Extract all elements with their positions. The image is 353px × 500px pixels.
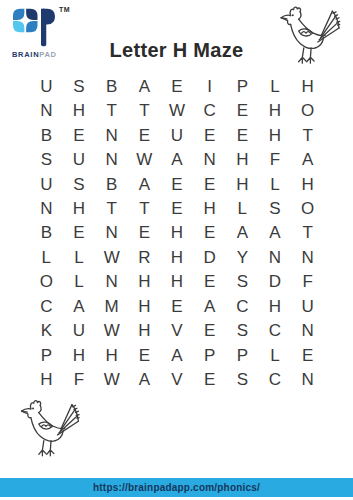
grid-cell-r5c6: E xyxy=(193,172,226,196)
grid-cell-r11c5: V xyxy=(161,319,194,343)
grid-cell-r4c8: F xyxy=(259,147,292,171)
grid-cell-r4c1: S xyxy=(30,147,63,171)
grid-cell-r5c8: L xyxy=(259,172,292,196)
grid-cell-r6c1: N xyxy=(30,196,63,220)
grid-cell-r4c2: U xyxy=(63,147,96,171)
grid-cell-r13c5: V xyxy=(161,368,194,392)
grid-cell-r13c8: C xyxy=(259,368,292,392)
grid-cell-r7c9: T xyxy=(291,221,324,245)
grid-cell-r3c8: H xyxy=(259,123,292,147)
grid-cell-r2c6: C xyxy=(193,98,226,122)
grid-cell-r13c7: S xyxy=(226,368,259,392)
grid-cell-r8c2: L xyxy=(63,245,96,269)
grid-cell-r1c3: B xyxy=(95,74,128,98)
footer-url-bar: https://brainpadapp.com/phonics/ xyxy=(0,478,353,497)
grid-cell-r3c6: E xyxy=(193,123,226,147)
grid-cell-r4c7: H xyxy=(226,147,259,171)
grid-cell-r1c7: P xyxy=(226,74,259,98)
grid-cell-r2c8: H xyxy=(259,98,292,122)
grid-cell-r9c3: N xyxy=(95,270,128,294)
grid-cell-r5c3: B xyxy=(95,172,128,196)
grid-cell-r4c9: A xyxy=(291,147,324,171)
grid-cell-r6c6: H xyxy=(193,196,226,220)
grid-cell-r5c4: A xyxy=(128,172,161,196)
grid-cell-r12c6: P xyxy=(193,343,226,367)
grid-cell-r6c2: H xyxy=(63,196,96,220)
grid-cell-r10c7: C xyxy=(226,294,259,318)
grid-cell-r2c5: W xyxy=(161,98,194,122)
grid-cell-r8c6: D xyxy=(193,245,226,269)
grid-cell-r6c3: T xyxy=(95,196,128,220)
grid-cell-r4c4: W xyxy=(128,147,161,171)
grid-cell-r9c8: D xyxy=(259,270,292,294)
grid-cell-r10c2: A xyxy=(63,294,96,318)
grid-cell-r6c4: T xyxy=(128,196,161,220)
grid-cell-r12c9: E xyxy=(291,343,324,367)
grid-cell-r3c4: E xyxy=(128,123,161,147)
grid-cell-r11c7: S xyxy=(226,319,259,343)
grid-cell-r10c1: C xyxy=(30,294,63,318)
grid-cell-r2c4: T xyxy=(128,98,161,122)
grid-cell-r5c7: H xyxy=(226,172,259,196)
grid-cell-r3c1: B xyxy=(30,123,63,147)
grid-cell-r5c5: E xyxy=(161,172,194,196)
grid-cell-r2c1: N xyxy=(30,98,63,122)
grid-cell-r9c7: S xyxy=(226,270,259,294)
grid-cell-r2c3: T xyxy=(95,98,128,122)
grid-cell-r6c7: L xyxy=(226,196,259,220)
grid-cell-r13c3: W xyxy=(95,368,128,392)
grid-cell-r7c6: E xyxy=(193,221,226,245)
grid-cell-r11c1: K xyxy=(30,319,63,343)
grid-cell-r13c9: N xyxy=(291,368,324,392)
grid-cell-r10c4: H xyxy=(128,294,161,318)
grid-cell-r10c6: A xyxy=(193,294,226,318)
grid-cell-r12c2: H xyxy=(63,343,96,367)
grid-cell-r11c9: N xyxy=(291,319,324,343)
grid-cell-r5c1: U xyxy=(30,172,63,196)
grid-cell-r1c1: U xyxy=(30,74,63,98)
grid-cell-r8c3: W xyxy=(95,245,128,269)
footer-url[interactable]: https://brainpadapp.com/phonics/ xyxy=(93,482,260,493)
grid-cell-r4c6: N xyxy=(193,147,226,171)
grid-cell-r13c2: F xyxy=(63,368,96,392)
grid-cell-r7c1: B xyxy=(30,221,63,245)
grid-cell-r4c5: A xyxy=(161,147,194,171)
grid-cell-r9c5: H xyxy=(161,270,194,294)
grid-cell-r3c3: N xyxy=(95,123,128,147)
grid-cell-r1c2: S xyxy=(63,74,96,98)
grid-cell-r2c7: E xyxy=(226,98,259,122)
worksheet-page: TM BRAINPAD Letter H Maze USBAEIPLHNHTTW… xyxy=(0,0,353,500)
grid-cell-r10c3: M xyxy=(95,294,128,318)
grid-cell-r9c4: H xyxy=(128,270,161,294)
grid-cell-r8c8: N xyxy=(259,245,292,269)
grid-cell-r8c9: N xyxy=(291,245,324,269)
grid-cell-r6c5: E xyxy=(161,196,194,220)
grid-cell-r12c7: P xyxy=(226,343,259,367)
grid-cell-r1c4: A xyxy=(128,74,161,98)
grid-cell-r7c7: A xyxy=(226,221,259,245)
grid-cell-r10c5: E xyxy=(161,294,194,318)
letter-grid: USBAEIPLHNHTTWCEHOBENEUEEHTSUNWANHFAUSBA… xyxy=(30,74,324,392)
trademark-label: TM xyxy=(59,6,70,13)
grid-cell-r11c6: E xyxy=(193,319,226,343)
grid-cell-r9c6: E xyxy=(193,270,226,294)
hen-icon xyxy=(10,397,82,467)
grid-cell-r10c9: U xyxy=(291,294,324,318)
grid-cell-r13c4: A xyxy=(128,368,161,392)
grid-cell-r10c8: H xyxy=(259,294,292,318)
grid-cell-r1c9: H xyxy=(291,74,324,98)
grid-cell-r9c2: L xyxy=(63,270,96,294)
grid-cell-r12c8: L xyxy=(259,343,292,367)
hen-icon xyxy=(265,6,347,72)
grid-cell-r1c8: L xyxy=(259,74,292,98)
grid-cell-r8c4: R xyxy=(128,245,161,269)
grid-cell-r3c5: U xyxy=(161,123,194,147)
grid-cell-r7c4: E xyxy=(128,221,161,245)
grid-cell-r11c2: U xyxy=(63,319,96,343)
grid-cell-r1c6: I xyxy=(193,74,226,98)
grid-cell-r11c8: C xyxy=(259,319,292,343)
grid-cell-r1c5: E xyxy=(161,74,194,98)
grid-cell-r11c4: H xyxy=(128,319,161,343)
grid-cell-r7c3: N xyxy=(95,221,128,245)
grid-cell-r8c1: L xyxy=(30,245,63,269)
grid-cell-r6c8: S xyxy=(259,196,292,220)
grid-cell-r7c8: A xyxy=(259,221,292,245)
grid-cell-r13c1: H xyxy=(30,368,63,392)
grid-cell-r6c9: O xyxy=(291,196,324,220)
grid-cell-r5c9: H xyxy=(291,172,324,196)
grid-cell-r3c7: E xyxy=(226,123,259,147)
grid-cell-r7c5: H xyxy=(161,221,194,245)
grid-cell-r9c9: F xyxy=(291,270,324,294)
grid-cell-r12c5: A xyxy=(161,343,194,367)
grid-cell-r12c3: H xyxy=(95,343,128,367)
grid-cell-r2c2: H xyxy=(63,98,96,122)
grid-cell-r8c7: Y xyxy=(226,245,259,269)
grid-cell-r12c1: P xyxy=(30,343,63,367)
grid-cell-r9c1: O xyxy=(30,270,63,294)
grid-cell-r13c6: E xyxy=(193,368,226,392)
grid-cell-r12c4: E xyxy=(128,343,161,367)
grid-cell-r11c3: W xyxy=(95,319,128,343)
grid-cell-r2c9: O xyxy=(291,98,324,122)
grid-cell-r8c5: H xyxy=(161,245,194,269)
grid-cell-r5c2: S xyxy=(63,172,96,196)
grid-cell-r3c9: T xyxy=(291,123,324,147)
grid-cell-r4c3: N xyxy=(95,147,128,171)
grid-cell-r3c2: E xyxy=(63,123,96,147)
grid-cell-r7c2: E xyxy=(63,221,96,245)
